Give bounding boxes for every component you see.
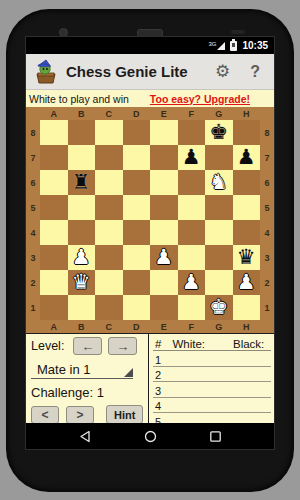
app-screen: 3G 10:35 Chess Genie Lite ⚙ ? White to — [25, 36, 275, 450]
square-f6[interactable] — [178, 170, 206, 195]
signal-icon: 3G — [208, 41, 225, 50]
square-f7[interactable]: ♟ — [178, 145, 206, 170]
piece-white-pawn[interactable]: ♟ — [154, 247, 173, 268]
square-b2[interactable]: ♛ — [68, 270, 96, 295]
square-a7[interactable] — [40, 145, 68, 170]
board-corner — [260, 320, 274, 333]
square-h7[interactable]: ♟ — [233, 145, 261, 170]
file-label-top-f: F — [178, 107, 206, 120]
file-label-top-d: D — [123, 107, 151, 120]
file-label-bottom-a: A — [40, 320, 68, 333]
phone-frame: 3G 10:35 Chess Genie Lite ⚙ ? White to — [7, 10, 293, 491]
rank-label-right-5: 5 — [260, 195, 274, 220]
square-c5[interactable] — [95, 195, 123, 220]
square-d4[interactable] — [123, 220, 151, 245]
square-h4[interactable] — [233, 220, 261, 245]
square-b1[interactable] — [68, 295, 96, 320]
piece-black-queen[interactable]: ♛ — [237, 247, 256, 268]
square-b3[interactable]: ♟ — [68, 245, 96, 270]
level-label: Level: — [31, 339, 64, 353]
prev-move-button[interactable]: < — [31, 406, 59, 424]
rank-label-left-8: 8 — [26, 120, 40, 145]
square-h6[interactable] — [233, 170, 261, 195]
file-label-top-e: E — [150, 107, 178, 120]
move-row-number: 1 — [155, 354, 161, 366]
rank-label-left-6: 6 — [26, 170, 40, 195]
puzzle-prompt: White to play and win — [29, 93, 129, 105]
square-e6[interactable] — [150, 170, 178, 195]
square-g7[interactable] — [205, 145, 233, 170]
piece-black-king[interactable]: ♚ — [209, 122, 228, 143]
square-b5[interactable] — [68, 195, 96, 220]
square-a1[interactable] — [40, 295, 68, 320]
challenge-label: Challenge: 1 — [31, 385, 148, 400]
square-f5[interactable] — [178, 195, 206, 220]
square-e2[interactable] — [150, 270, 178, 295]
square-d1[interactable] — [123, 295, 151, 320]
square-g8[interactable]: ♚ — [205, 120, 233, 145]
move-row-5: 5 — [153, 413, 271, 423]
white-column-header: White: — [172, 338, 205, 350]
square-c3[interactable] — [95, 245, 123, 270]
rank-label-right-7: 7 — [260, 145, 274, 170]
rank-label-right-4: 4 — [260, 220, 274, 245]
square-b7[interactable] — [68, 145, 96, 170]
piece-black-rook[interactable]: ♜ — [72, 172, 91, 193]
move-row-1: 1 — [153, 351, 271, 367]
rank-label-left-1: 1 — [26, 295, 40, 320]
square-d2[interactable] — [123, 270, 151, 295]
file-label-top-h: H — [233, 107, 261, 120]
file-label-bottom-d: D — [123, 320, 151, 333]
rank-label-right-1: 1 — [260, 295, 274, 320]
square-a8[interactable] — [40, 120, 68, 145]
upgrade-link[interactable]: Too easy? Upgrade! — [129, 93, 271, 105]
square-h3[interactable]: ♛ — [233, 245, 261, 270]
rank-label-right-3: 3 — [260, 245, 274, 270]
rank-label-left-5: 5 — [26, 195, 40, 220]
info-bar: White to play and win Too easy? Upgrade! — [26, 90, 274, 107]
board-corner — [26, 320, 40, 333]
move-row-4: 4 — [153, 398, 271, 414]
back-icon[interactable] — [79, 430, 92, 443]
piece-black-pawn[interactable]: ♟ — [237, 147, 256, 168]
square-e1[interactable] — [150, 295, 178, 320]
rank-label-left-4: 4 — [26, 220, 40, 245]
move-row-3: 3 — [153, 382, 271, 398]
square-b8[interactable] — [68, 120, 96, 145]
square-e5[interactable] — [150, 195, 178, 220]
level-spinner[interactable]: Mate in 1 — [31, 360, 133, 379]
square-a4[interactable] — [40, 220, 68, 245]
recents-icon[interactable] — [209, 430, 222, 443]
file-label-top-c: C — [95, 107, 123, 120]
square-e7[interactable] — [150, 145, 178, 170]
board-corner — [260, 107, 274, 120]
square-a5[interactable] — [40, 195, 68, 220]
status-clock: 10:35 — [242, 40, 268, 51]
rank-label-left-3: 3 — [26, 245, 40, 270]
file-label-top-a: A — [40, 107, 68, 120]
move-row-number: 3 — [155, 385, 161, 397]
hint-button[interactable]: Hint — [106, 405, 143, 423]
file-label-bottom-e: E — [150, 320, 178, 333]
network-type-label: 3G — [208, 41, 216, 47]
file-label-top-g: G — [205, 107, 233, 120]
square-a3[interactable] — [40, 245, 68, 270]
square-g1[interactable]: ♚ — [205, 295, 233, 320]
piece-white-knight[interactable]: ♞ — [209, 172, 228, 193]
rank-label-right-2: 2 — [260, 270, 274, 295]
rank-label-right-6: 6 — [260, 170, 274, 195]
genie-app-icon — [33, 59, 59, 84]
move-list-header: # White: Black: — [153, 335, 271, 351]
move-row-number: 2 — [155, 369, 161, 381]
square-c7[interactable] — [95, 145, 123, 170]
square-b4[interactable] — [68, 220, 96, 245]
square-e3[interactable]: ♟ — [150, 245, 178, 270]
square-d5[interactable] — [123, 195, 151, 220]
file-label-top-b: B — [68, 107, 96, 120]
bottom-panel: Level: ← → Mate in 1 Challenge: 1 < > Hi… — [26, 334, 274, 423]
file-label-bottom-h: H — [233, 320, 261, 333]
square-c4[interactable] — [95, 220, 123, 245]
square-d8[interactable] — [123, 120, 151, 145]
square-h2[interactable]: ♟ — [233, 270, 261, 295]
square-c8[interactable] — [95, 120, 123, 145]
square-f1[interactable] — [178, 295, 206, 320]
chess-board: ABCDEFGH8♚87♟♟76♜♞655443♟♟♛32♛♟♟21♚1ABCD… — [26, 107, 274, 334]
square-f4[interactable] — [178, 220, 206, 245]
move-row-number: 4 — [155, 400, 161, 412]
status-bar: 3G 10:35 — [26, 37, 274, 54]
square-a2[interactable] — [40, 270, 68, 295]
file-label-bottom-b: B — [68, 320, 96, 333]
square-h8[interactable] — [233, 120, 261, 145]
board-corner — [26, 107, 40, 120]
next-move-button[interactable]: > — [66, 406, 94, 424]
puzzle-controls: Level: ← → Mate in 1 Challenge: 1 < > Hi… — [26, 334, 148, 423]
app-title: Chess Genie Lite — [66, 63, 215, 80]
square-d7[interactable] — [123, 145, 151, 170]
square-g5[interactable] — [205, 195, 233, 220]
spinner-dropdown-icon — [124, 368, 133, 377]
rank-label-left-2: 2 — [26, 270, 40, 295]
piece-black-pawn[interactable]: ♟ — [182, 147, 201, 168]
file-label-bottom-c: C — [95, 320, 123, 333]
rank-label-left-7: 7 — [26, 145, 40, 170]
move-row-2: 2 — [153, 367, 271, 383]
square-g2[interactable] — [205, 270, 233, 295]
piece-white-pawn[interactable]: ♟ — [237, 272, 256, 293]
square-d6[interactable] — [123, 170, 151, 195]
android-nav-bar — [26, 423, 274, 449]
prev-level-button[interactable]: ← — [73, 337, 102, 355]
rank-label-right-8: 8 — [260, 120, 274, 145]
square-e8[interactable] — [150, 120, 178, 145]
black-column-header: Black: — [233, 338, 264, 350]
app-bar: Chess Genie Lite ⚙ ? — [26, 54, 274, 90]
home-icon[interactable] — [144, 430, 157, 443]
move-row-number: 5 — [155, 416, 161, 424]
square-g6[interactable]: ♞ — [205, 170, 233, 195]
square-g3[interactable] — [205, 245, 233, 270]
square-h1[interactable] — [233, 295, 261, 320]
file-label-bottom-f: F — [178, 320, 206, 333]
square-f3[interactable] — [178, 245, 206, 270]
square-a6[interactable] — [40, 170, 68, 195]
move-list: # White: Black: 123456 — [148, 334, 274, 423]
piece-white-pawn[interactable]: ♟ — [72, 247, 91, 268]
square-f8[interactable] — [178, 120, 206, 145]
next-level-button[interactable]: → — [108, 337, 137, 355]
settings-gear-icon[interactable]: ⚙ — [215, 63, 230, 80]
level-spinner-value: Mate in 1 — [37, 362, 90, 377]
piece-white-king[interactable]: ♚ — [209, 297, 228, 318]
move-number-header: # — [155, 338, 161, 350]
square-d3[interactable] — [123, 245, 151, 270]
piece-white-pawn[interactable]: ♟ — [182, 272, 201, 293]
proximity-sensor — [231, 30, 245, 34]
square-c2[interactable] — [95, 270, 123, 295]
battery-icon — [230, 41, 237, 51]
square-h5[interactable] — [233, 195, 261, 220]
square-c6[interactable] — [95, 170, 123, 195]
file-label-bottom-g: G — [205, 320, 233, 333]
square-g4[interactable] — [205, 220, 233, 245]
square-e4[interactable] — [150, 220, 178, 245]
square-c1[interactable] — [95, 295, 123, 320]
help-icon[interactable]: ? — [250, 64, 260, 80]
piece-white-queen[interactable]: ♛ — [72, 272, 91, 293]
square-b6[interactable]: ♜ — [68, 170, 96, 195]
square-f2[interactable]: ♟ — [178, 270, 206, 295]
